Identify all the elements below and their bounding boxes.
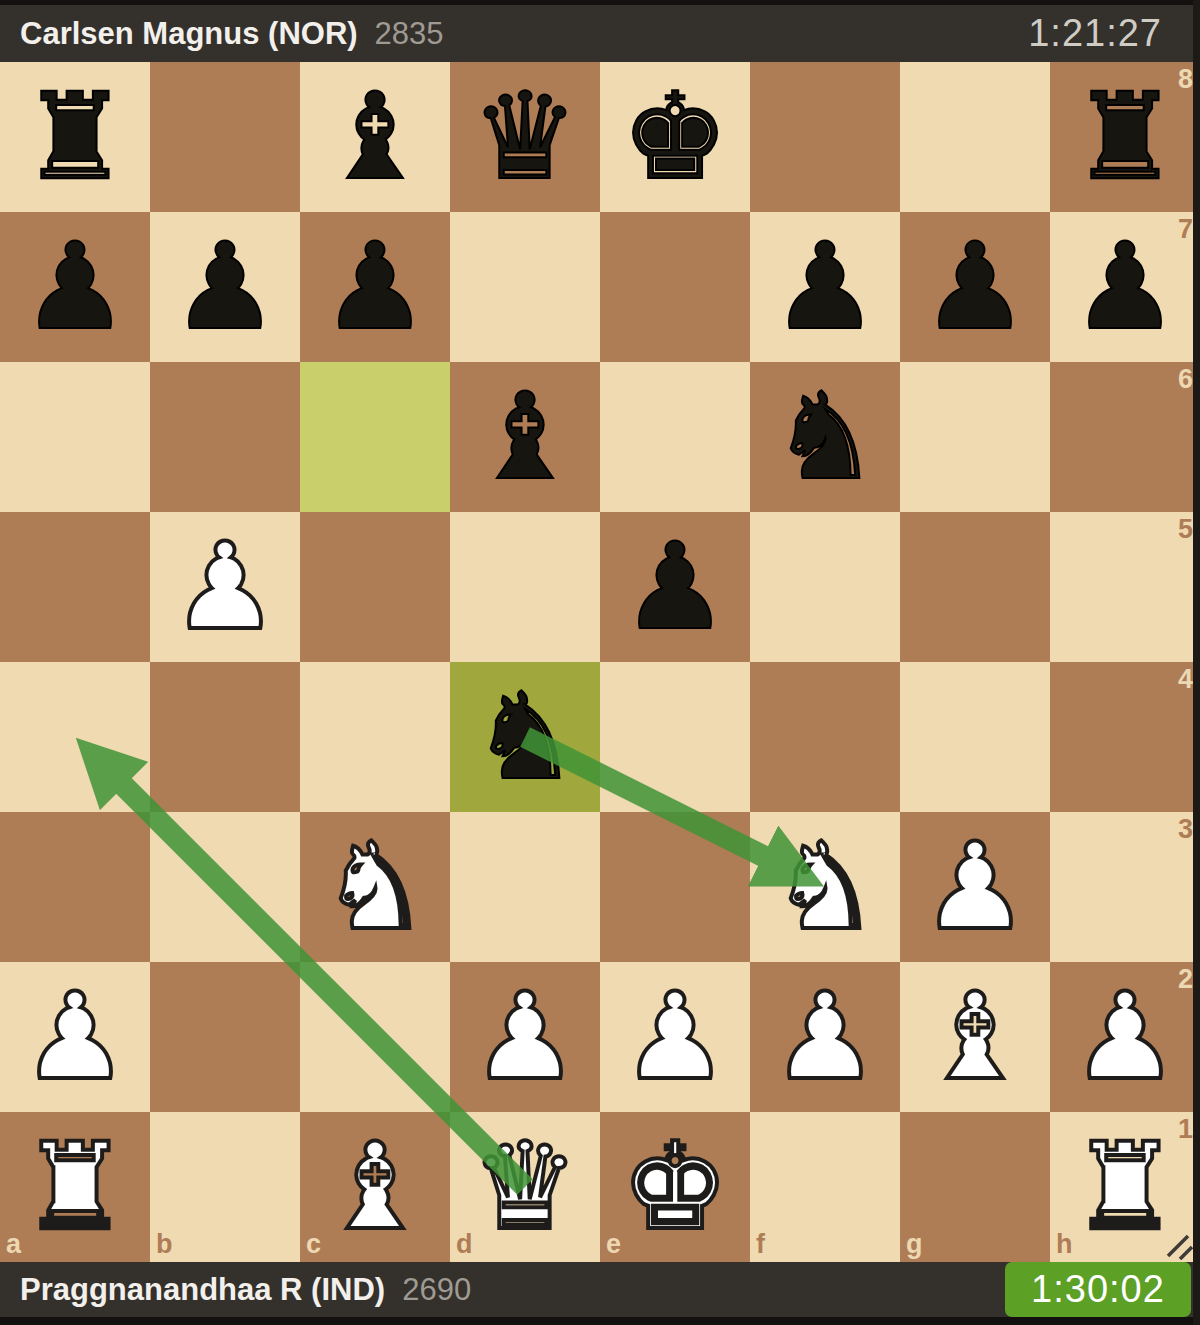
square-g6[interactable]	[900, 362, 1050, 512]
square-g5[interactable]	[900, 512, 1050, 662]
white-pawn-f2[interactable]: ♟	[750, 962, 900, 1112]
square-h4[interactable]: 4	[1050, 662, 1200, 812]
square-e6[interactable]	[600, 362, 750, 512]
top-player-name: Carlsen Magnus (NOR)	[20, 16, 358, 52]
square-h8[interactable]: 8♜	[1050, 62, 1200, 212]
square-e4[interactable]	[600, 662, 750, 812]
square-d2[interactable]: ♟	[450, 962, 600, 1112]
square-d4[interactable]: ♞	[450, 662, 600, 812]
bottom-player-name: Praggnanandhaa R (IND)	[20, 1272, 385, 1308]
square-h3[interactable]: 3	[1050, 812, 1200, 962]
white-bishop-g2[interactable]: ♝	[900, 962, 1050, 1112]
file-label-g: g	[906, 1231, 923, 1258]
square-c5[interactable]	[300, 512, 450, 662]
white-knight-c3[interactable]: ♞	[300, 812, 450, 962]
square-f1[interactable]: f	[750, 1112, 900, 1262]
square-a7[interactable]: ♟	[0, 212, 150, 362]
square-d8[interactable]: ♛	[450, 62, 600, 212]
top-player-bar: Carlsen Magnus (NOR) 2835 1:21:27	[0, 0, 1200, 62]
square-h2[interactable]: 2♟	[1050, 962, 1200, 1112]
square-d5[interactable]	[450, 512, 600, 662]
white-pawn-d2[interactable]: ♟	[450, 962, 600, 1112]
square-b2[interactable]	[150, 962, 300, 1112]
square-f4[interactable]	[750, 662, 900, 812]
square-b7[interactable]: ♟	[150, 212, 300, 362]
square-g1[interactable]: g	[900, 1112, 1050, 1262]
square-a6[interactable]	[0, 362, 150, 512]
bottom-player-clock-active: 1:30:02	[1005, 1262, 1191, 1317]
rank-label-4: 4	[1178, 666, 1193, 693]
square-f3[interactable]: ♞	[750, 812, 900, 962]
square-f6[interactable]: ♞	[750, 362, 900, 512]
square-e2[interactable]: ♟	[600, 962, 750, 1112]
top-player-rating: 2835	[375, 16, 444, 52]
black-pawn-f7[interactable]: ♟	[750, 212, 900, 362]
white-bishop-c1[interactable]: ♝	[300, 1112, 450, 1262]
square-a5[interactable]	[0, 512, 150, 662]
white-pawn-e2[interactable]: ♟	[600, 962, 750, 1112]
square-c4[interactable]	[300, 662, 450, 812]
black-rook-a8[interactable]: ♜	[0, 62, 150, 212]
black-king-e8[interactable]: ♚	[600, 62, 750, 212]
black-queen-d8[interactable]: ♛	[450, 62, 600, 212]
black-knight-f6[interactable]: ♞	[750, 362, 900, 512]
square-e5[interactable]: ♟	[600, 512, 750, 662]
square-e3[interactable]	[600, 812, 750, 962]
black-pawn-e5[interactable]: ♟	[600, 512, 750, 662]
file-label-b: b	[156, 1231, 173, 1258]
board-resize-handle-icon[interactable]	[1164, 1232, 1194, 1260]
square-c2[interactable]	[300, 962, 450, 1112]
window-right-edge	[1193, 0, 1200, 1325]
square-b3[interactable]	[150, 812, 300, 962]
square-c3[interactable]: ♞	[300, 812, 450, 962]
black-knight-d4[interactable]: ♞	[450, 662, 600, 812]
square-f7[interactable]: ♟	[750, 212, 900, 362]
black-pawn-h7[interactable]: ♟	[1050, 212, 1200, 362]
rank-label-3: 3	[1178, 816, 1193, 843]
square-g4[interactable]	[900, 662, 1050, 812]
rank-label-5: 5	[1178, 516, 1193, 543]
square-f8[interactable]	[750, 62, 900, 212]
square-b5[interactable]: ♟	[150, 512, 300, 662]
square-g3[interactable]: ♟	[900, 812, 1050, 962]
black-bishop-d6[interactable]: ♝	[450, 362, 600, 512]
square-d1[interactable]: d♛	[450, 1112, 600, 1262]
square-f2[interactable]: ♟	[750, 962, 900, 1112]
chess-broadcast-app: Carlsen Magnus (NOR) 2835 1:21:27 ♜♝♛♚8♜…	[0, 0, 1200, 1325]
square-h7[interactable]: 7♟	[1050, 212, 1200, 362]
square-b6[interactable]	[150, 362, 300, 512]
square-g2[interactable]: ♝	[900, 962, 1050, 1112]
square-d7[interactable]	[450, 212, 600, 362]
square-c6[interactable]	[300, 362, 450, 512]
chess-board: ♜♝♛♚8♜♟♟♟♟♟7♟♝♞6♟♟5♞4♞♞♟3♟♟♟♟♝2♟a♜bc♝d♛e…	[0, 62, 1200, 1262]
white-pawn-b5[interactable]: ♟	[150, 512, 300, 662]
black-pawn-b7[interactable]: ♟	[150, 212, 300, 362]
square-g7[interactable]: ♟	[900, 212, 1050, 362]
bottom-player-bar: Praggnanandhaa R (IND) 2690 1:30:02	[0, 1262, 1200, 1325]
square-c1[interactable]: c♝	[300, 1112, 450, 1262]
white-pawn-g3[interactable]: ♟	[900, 812, 1050, 962]
square-a4[interactable]	[0, 662, 150, 812]
black-pawn-c7[interactable]: ♟	[300, 212, 450, 362]
bottom-player-rating: 2690	[402, 1272, 471, 1308]
black-pawn-g7[interactable]: ♟	[900, 212, 1050, 362]
square-b1[interactable]: b	[150, 1112, 300, 1262]
square-b4[interactable]	[150, 662, 300, 812]
square-d3[interactable]	[450, 812, 600, 962]
square-g8[interactable]	[900, 62, 1050, 212]
top-player-clock: 1:21:27	[1028, 12, 1162, 55]
square-d6[interactable]: ♝	[450, 362, 600, 512]
white-pawn-h2[interactable]: ♟	[1050, 962, 1200, 1112]
square-a1[interactable]: a♜	[0, 1112, 150, 1262]
white-rook-a1[interactable]: ♜	[0, 1112, 150, 1262]
black-pawn-a7[interactable]: ♟	[0, 212, 150, 362]
black-rook-h8[interactable]: ♜	[1050, 62, 1200, 212]
square-e7[interactable]	[600, 212, 750, 362]
white-pawn-a2[interactable]: ♟	[0, 962, 150, 1112]
square-f5[interactable]	[750, 512, 900, 662]
square-h5[interactable]: 5	[1050, 512, 1200, 662]
white-king-e1[interactable]: ♚	[600, 1112, 750, 1262]
square-a8[interactable]: ♜	[0, 62, 150, 212]
square-c8[interactable]: ♝	[300, 62, 450, 212]
square-a2[interactable]: ♟	[0, 962, 150, 1112]
white-knight-f3[interactable]: ♞	[750, 812, 900, 962]
square-a3[interactable]	[0, 812, 150, 962]
square-b8[interactable]	[150, 62, 300, 212]
rank-label-6: 6	[1178, 366, 1193, 393]
file-label-f: f	[756, 1231, 765, 1258]
white-queen-d1[interactable]: ♛	[450, 1112, 600, 1262]
square-e1[interactable]: e♚	[600, 1112, 750, 1262]
square-c7[interactable]: ♟	[300, 212, 450, 362]
square-e8[interactable]: ♚	[600, 62, 750, 212]
black-bishop-c8[interactable]: ♝	[300, 62, 450, 212]
square-h6[interactable]: 6	[1050, 362, 1200, 512]
